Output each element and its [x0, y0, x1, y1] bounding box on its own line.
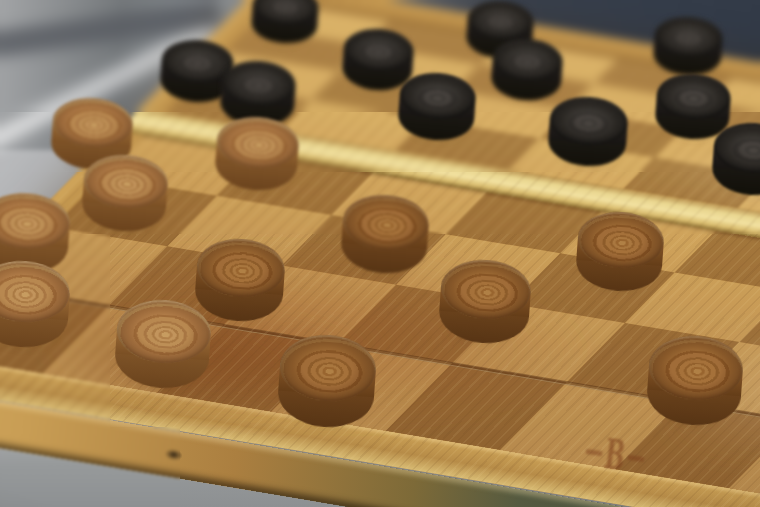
checker-piece-dark-e6[interactable] — [397, 70, 477, 142]
checker-piece-dark-b8[interactable] — [250, 0, 320, 45]
checker-piece-light-a1[interactable] — [0, 257, 72, 349]
checker-piece-light-c4[interactable] — [214, 114, 301, 193]
checker-piece-dark-e7[interactable] — [490, 37, 564, 103]
maker-mark-left-bar — [586, 448, 603, 455]
wood-knot — [164, 448, 184, 462]
checker-piece-dark-f8[interactable] — [652, 15, 724, 78]
checker-piece-light-g2[interactable] — [645, 333, 745, 428]
checker-piece-light-d1[interactable] — [276, 332, 378, 430]
checker-piece-light-e2[interactable] — [437, 256, 533, 345]
maker-mark-right-bar — [628, 454, 645, 461]
maker-mark-letter: B — [602, 433, 627, 477]
checker-piece-light-d3[interactable] — [339, 192, 430, 276]
checker-piece-dark-f6[interactable] — [547, 94, 630, 168]
checker-piece-dark-h6[interactable] — [711, 120, 760, 197]
photo-stage: B — [0, 0, 760, 507]
checker-piece-light-b3[interactable] — [80, 152, 169, 234]
checker-piece-light-b1[interactable] — [113, 296, 213, 390]
checker-piece-light-g4[interactable] — [574, 209, 665, 294]
